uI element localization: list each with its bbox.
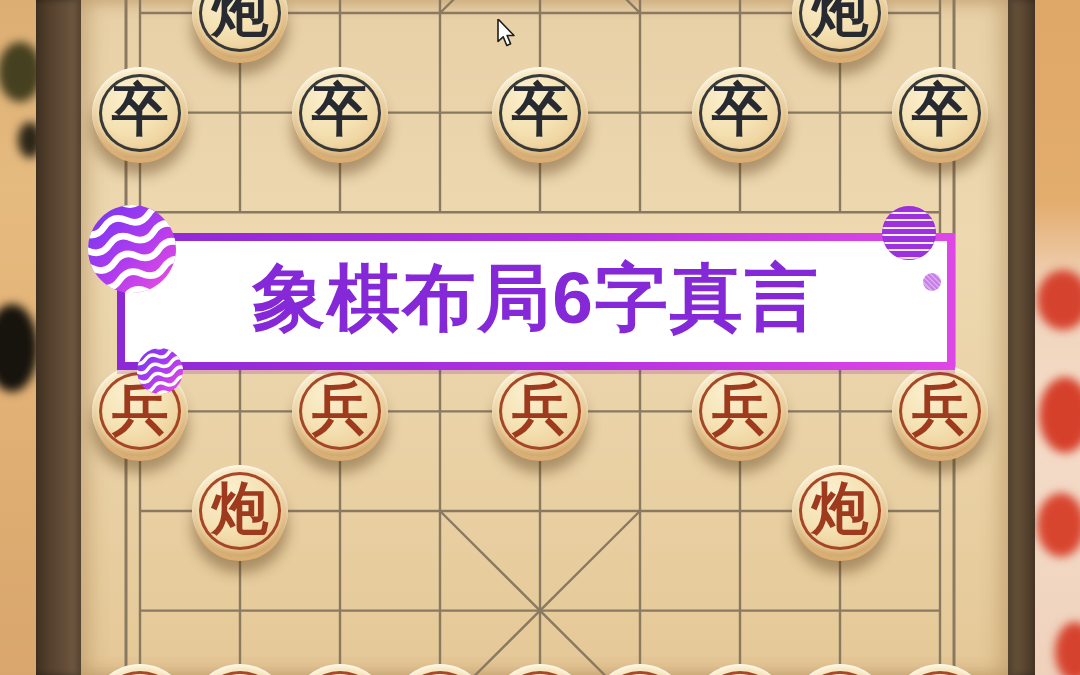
xiangqi-piece-black-f6r3[interactable]: 卒 — [692, 67, 788, 159]
screenshot-stage: 炮炮卒卒卒卒卒兵兵兵兵兵炮炮 象棋布局6字真言 — [0, 0, 1080, 675]
xiangqi-piece-red-f1r7[interactable]: 炮 — [192, 465, 288, 557]
wavy-ball-decoration — [137, 348, 183, 394]
piece-character: 卒 — [692, 65, 788, 157]
piece-character: 兵 — [492, 363, 588, 455]
xiangqi-piece-black-f2r3[interactable]: 卒 — [292, 67, 388, 159]
xiangqi-piece-red-f2r6[interactable]: 兵 — [292, 365, 388, 457]
xiangqi-piece-red-f6r6[interactable]: 兵 — [692, 365, 788, 457]
piece-character: 炮 — [792, 0, 888, 57]
xiangqi-piece-black-f8r3[interactable]: 卒 — [892, 67, 988, 159]
piece-character: 卒 — [892, 65, 988, 157]
xiangqi-piece-black-f4r3[interactable]: 卒 — [492, 67, 588, 159]
piece-character: 兵 — [692, 363, 788, 455]
xiangqi-piece-black-f7r2[interactable]: 炮 — [792, 0, 888, 59]
title-banner: 象棋布局6字真言 — [117, 233, 955, 370]
piece-character: 炮 — [792, 463, 888, 555]
dot-ball-decoration — [923, 273, 941, 291]
xiangqi-piece-red-f4r6[interactable]: 兵 — [492, 365, 588, 457]
banner-title-text: 象棋布局6字真言 — [252, 250, 820, 349]
xiangqi-piece-red-f7r7[interactable]: 炮 — [792, 465, 888, 557]
piece-character: 兵 — [892, 363, 988, 455]
piece-character: 兵 — [292, 363, 388, 455]
piece-character: 卒 — [292, 65, 388, 157]
piece-character: 卒 — [92, 65, 188, 157]
piece-character: 卒 — [492, 65, 588, 157]
wavy-ball-decoration — [88, 205, 176, 293]
mouse-cursor-icon — [497, 19, 517, 48]
piece-character: 炮 — [192, 0, 288, 57]
xiangqi-piece-black-f0r3[interactable]: 卒 — [92, 67, 188, 159]
xiangqi-piece-black-f1r2[interactable]: 炮 — [192, 0, 288, 59]
piece-character: 炮 — [192, 463, 288, 555]
xiangqi-piece-red-f8r6[interactable]: 兵 — [892, 365, 988, 457]
striped-ball-decoration — [882, 206, 936, 260]
